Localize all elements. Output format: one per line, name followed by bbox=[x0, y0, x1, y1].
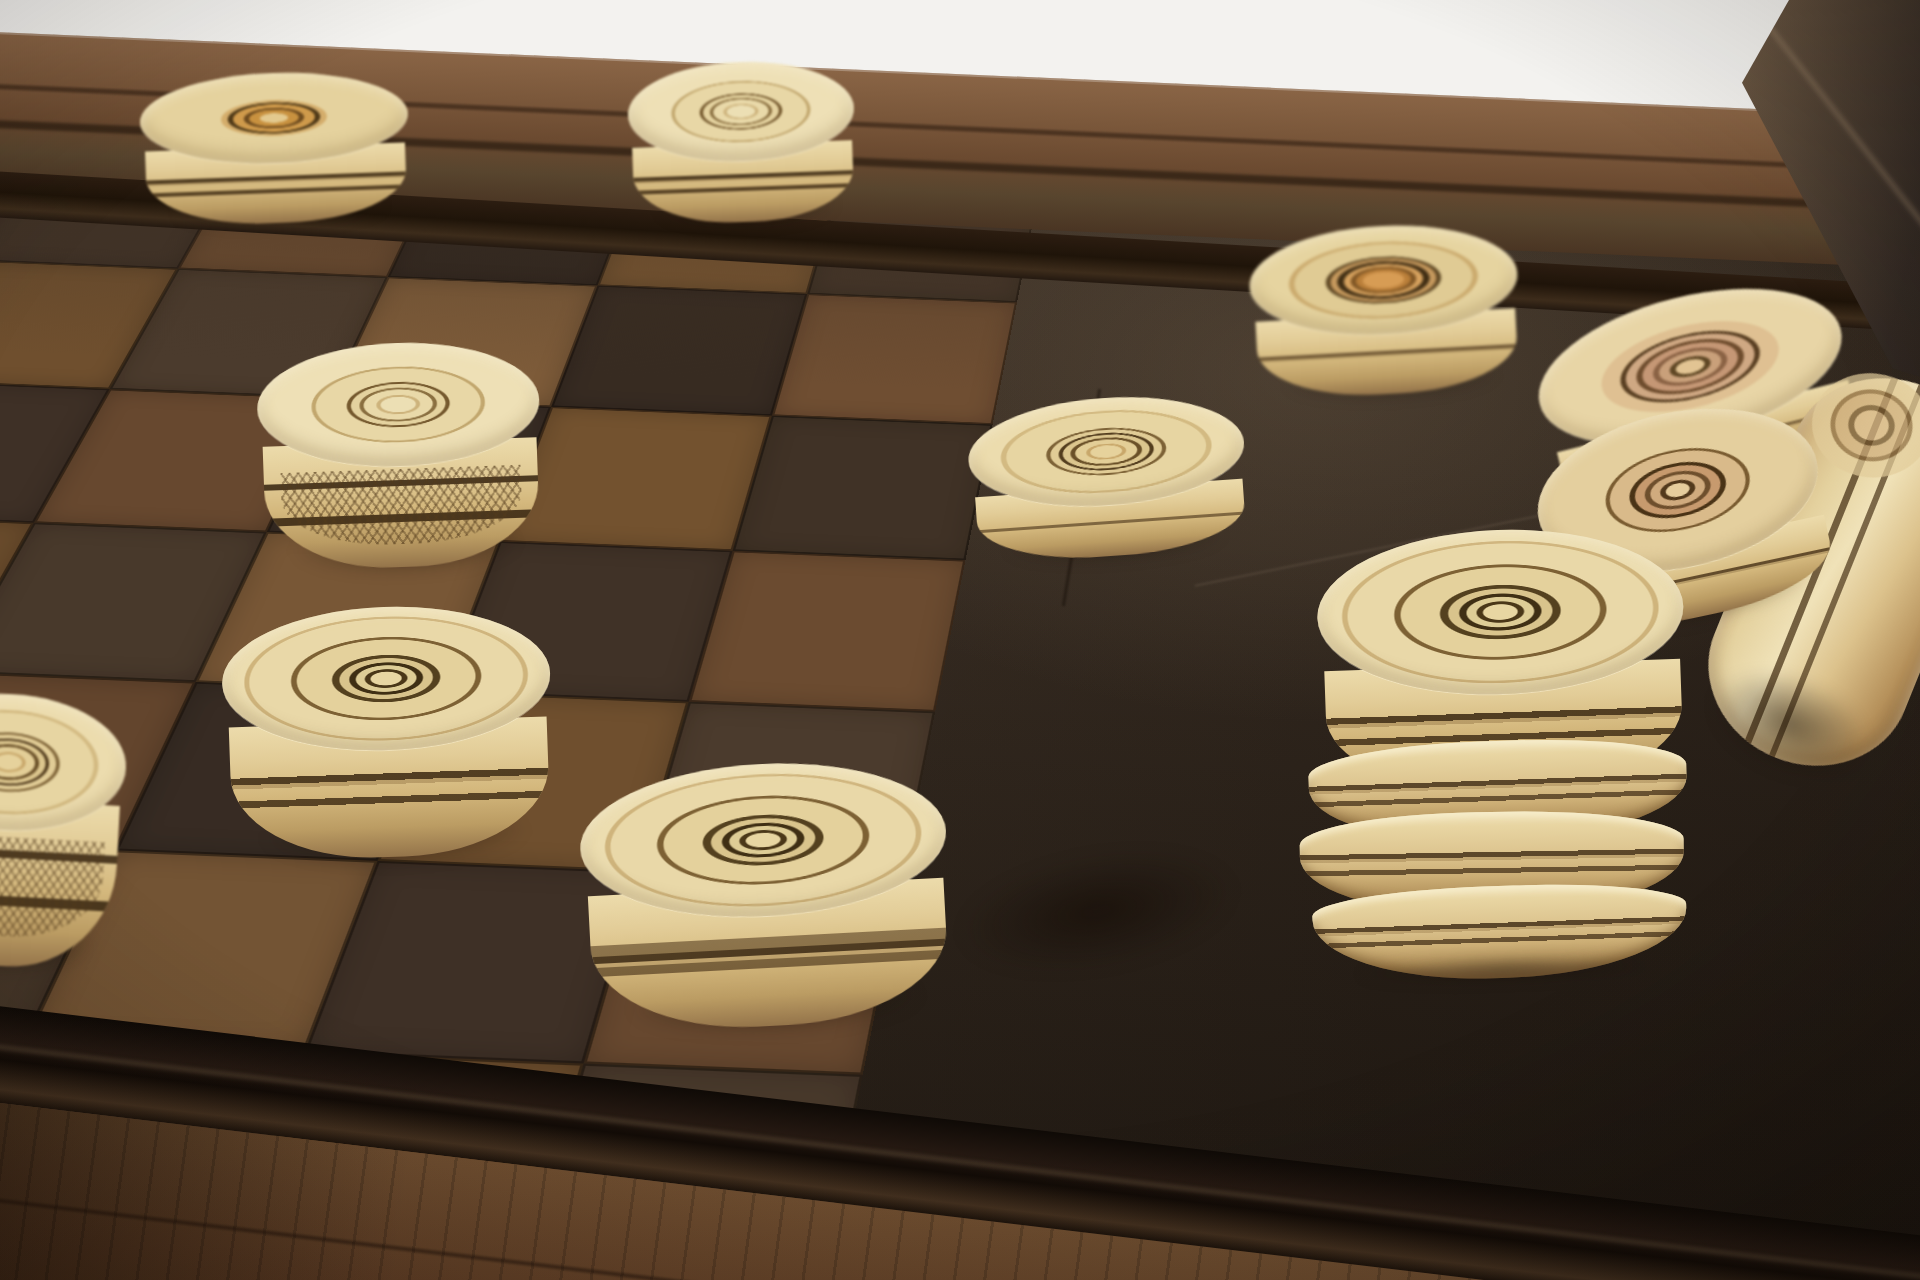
checker-piece-p1[interactable] bbox=[138, 68, 411, 227]
checker-piece-p9[interactable] bbox=[220, 601, 557, 862]
checker-piece-p10[interactable] bbox=[576, 755, 955, 1036]
photo-canvas bbox=[0, 0, 1920, 1280]
board-square[interactable] bbox=[551, 285, 807, 415]
board-square[interactable] bbox=[772, 294, 1017, 425]
checker-piece-p8[interactable] bbox=[255, 338, 545, 572]
checker-piece-p2[interactable] bbox=[626, 58, 857, 226]
checker-piece-p3[interactable] bbox=[1247, 219, 1523, 401]
checker-piece-p11[interactable] bbox=[0, 688, 129, 972]
